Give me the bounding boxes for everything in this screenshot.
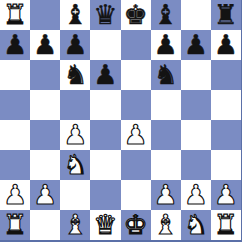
square-d3[interactable] bbox=[90, 150, 120, 180]
piece-black-pawn[interactable]: ♟ bbox=[154, 31, 178, 58]
square-b7[interactable]: ♟ bbox=[30, 30, 60, 60]
piece-white-pawn[interactable]: ♟ bbox=[214, 181, 238, 208]
square-d6[interactable]: ♟ bbox=[90, 60, 120, 90]
square-d4[interactable] bbox=[90, 120, 120, 150]
piece-white-pawn[interactable]: ♟ bbox=[123, 121, 147, 148]
square-e6[interactable] bbox=[121, 60, 151, 90]
square-f2[interactable]: ♟ bbox=[151, 180, 181, 210]
square-h3[interactable] bbox=[211, 150, 241, 180]
piece-white-bishop[interactable]: ♝ bbox=[63, 211, 87, 238]
square-f7[interactable]: ♟ bbox=[151, 30, 181, 60]
square-c1[interactable]: ♝ bbox=[60, 210, 90, 240]
square-e5[interactable] bbox=[121, 90, 151, 120]
square-a3[interactable] bbox=[0, 150, 30, 180]
piece-white-pawn[interactable]: ♟ bbox=[3, 181, 27, 208]
piece-white-knight[interactable]: ♞ bbox=[184, 211, 208, 238]
square-a7[interactable]: ♟ bbox=[0, 30, 30, 60]
piece-white-rook[interactable]: ♜ bbox=[214, 211, 238, 238]
square-c5[interactable] bbox=[60, 90, 90, 120]
square-f6[interactable]: ♞ bbox=[151, 60, 181, 90]
square-g3[interactable] bbox=[181, 150, 211, 180]
square-e4[interactable]: ♟ bbox=[121, 120, 151, 150]
square-b2[interactable]: ♟ bbox=[30, 180, 60, 210]
square-d8[interactable]: ♛ bbox=[90, 0, 120, 30]
square-f8[interactable]: ♝ bbox=[151, 0, 181, 30]
square-f5[interactable] bbox=[151, 90, 181, 120]
square-b5[interactable] bbox=[30, 90, 60, 120]
square-a5[interactable] bbox=[0, 90, 30, 120]
piece-black-pawn[interactable]: ♟ bbox=[214, 31, 238, 58]
piece-black-king[interactable]: ♚ bbox=[123, 1, 147, 28]
piece-black-pawn[interactable]: ♟ bbox=[184, 31, 208, 58]
piece-black-pawn[interactable]: ♟ bbox=[3, 31, 27, 58]
square-a2[interactable]: ♟ bbox=[0, 180, 30, 210]
square-b3[interactable] bbox=[30, 150, 60, 180]
square-h7[interactable]: ♟ bbox=[211, 30, 241, 60]
square-d1[interactable]: ♛ bbox=[90, 210, 120, 240]
square-a6[interactable] bbox=[0, 60, 30, 90]
square-b8[interactable] bbox=[30, 0, 60, 30]
square-a4[interactable] bbox=[0, 120, 30, 150]
square-a8[interactable]: ♜ bbox=[0, 0, 30, 30]
square-g1[interactable]: ♞ bbox=[181, 210, 211, 240]
piece-black-bishop[interactable]: ♝ bbox=[154, 1, 178, 28]
piece-white-rook[interactable]: ♜ bbox=[3, 211, 27, 238]
square-g7[interactable]: ♟ bbox=[181, 30, 211, 60]
piece-black-bishop[interactable]: ♝ bbox=[63, 1, 87, 28]
piece-white-king[interactable]: ♚ bbox=[123, 211, 147, 238]
square-c8[interactable]: ♝ bbox=[60, 0, 90, 30]
piece-white-pawn[interactable]: ♟ bbox=[154, 181, 178, 208]
square-c7[interactable]: ♟ bbox=[60, 30, 90, 60]
piece-black-queen[interactable]: ♛ bbox=[93, 1, 117, 28]
square-g6[interactable] bbox=[181, 60, 211, 90]
square-h1[interactable]: ♜ bbox=[211, 210, 241, 240]
piece-black-rook[interactable]: ♜ bbox=[214, 1, 238, 28]
piece-white-rook[interactable]: ♜ bbox=[3, 1, 27, 28]
square-d7[interactable] bbox=[90, 30, 120, 60]
square-d5[interactable] bbox=[90, 90, 120, 120]
piece-white-bishop[interactable]: ♝ bbox=[154, 211, 178, 238]
square-b1[interactable] bbox=[30, 210, 60, 240]
piece-black-knight[interactable]: ♞ bbox=[154, 61, 178, 88]
square-e3[interactable] bbox=[121, 150, 151, 180]
square-c4[interactable]: ♟ bbox=[60, 120, 90, 150]
piece-white-queen[interactable]: ♛ bbox=[93, 211, 117, 238]
piece-white-pawn[interactable]: ♟ bbox=[33, 181, 57, 208]
square-e1[interactable]: ♚ bbox=[121, 210, 151, 240]
square-c2[interactable] bbox=[60, 180, 90, 210]
square-h2[interactable]: ♟ bbox=[211, 180, 241, 210]
square-f1[interactable]: ♝ bbox=[151, 210, 181, 240]
square-h4[interactable] bbox=[211, 120, 241, 150]
square-b4[interactable] bbox=[30, 120, 60, 150]
square-e8[interactable]: ♚ bbox=[121, 0, 151, 30]
piece-black-pawn[interactable]: ♟ bbox=[93, 61, 117, 88]
chess-board: ♜♝♛♚♝♜♟♟♟♟♟♟♞♟♞♟♟♞♟♟♟♟♟♜♝♛♚♝♞♜ bbox=[0, 0, 241, 240]
piece-black-pawn[interactable]: ♟ bbox=[33, 31, 57, 58]
square-g4[interactable] bbox=[181, 120, 211, 150]
square-f4[interactable] bbox=[151, 120, 181, 150]
piece-white-pawn[interactable]: ♟ bbox=[184, 181, 208, 208]
square-b6[interactable] bbox=[30, 60, 60, 90]
piece-black-pawn[interactable]: ♟ bbox=[63, 31, 87, 58]
piece-white-knight[interactable]: ♞ bbox=[63, 151, 87, 178]
square-g8[interactable] bbox=[181, 0, 211, 30]
square-e2[interactable] bbox=[121, 180, 151, 210]
square-f3[interactable] bbox=[151, 150, 181, 180]
square-g5[interactable] bbox=[181, 90, 211, 120]
square-h6[interactable] bbox=[211, 60, 241, 90]
square-c3[interactable]: ♞ bbox=[60, 150, 90, 180]
square-h5[interactable] bbox=[211, 90, 241, 120]
square-g2[interactable]: ♟ bbox=[181, 180, 211, 210]
square-c6[interactable]: ♞ bbox=[60, 60, 90, 90]
square-a1[interactable]: ♜ bbox=[0, 210, 30, 240]
piece-black-knight[interactable]: ♞ bbox=[63, 61, 87, 88]
piece-white-pawn[interactable]: ♟ bbox=[63, 121, 87, 148]
square-h8[interactable]: ♜ bbox=[211, 0, 241, 30]
square-e7[interactable] bbox=[121, 30, 151, 60]
square-d2[interactable] bbox=[90, 180, 120, 210]
chess-board-frame: ♜♝♛♚♝♜♟♟♟♟♟♟♞♟♞♟♟♞♟♟♟♟♟♜♝♛♚♝♞♜ bbox=[0, 0, 242, 242]
